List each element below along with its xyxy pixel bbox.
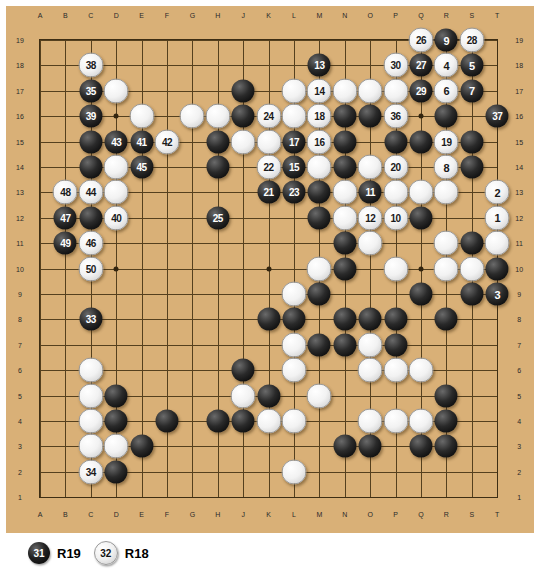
stone-R8 bbox=[435, 308, 458, 331]
stone-number: 15 bbox=[289, 162, 299, 173]
coord-label-top: E bbox=[139, 12, 144, 19]
stone-move-18-M16: 18 bbox=[307, 104, 332, 129]
stone-L8 bbox=[283, 308, 306, 331]
stone-number: 13 bbox=[314, 60, 324, 71]
stone-number: 45 bbox=[137, 162, 147, 173]
coord-label-top: D bbox=[114, 12, 119, 19]
coord-label-bottom: L bbox=[292, 511, 296, 518]
stone-H15 bbox=[206, 130, 229, 153]
stone-J4 bbox=[232, 410, 255, 433]
stone-move-12-O12: 12 bbox=[358, 205, 383, 230]
stone-number: 29 bbox=[416, 85, 426, 96]
stone-O4 bbox=[358, 409, 383, 434]
stone-R16 bbox=[435, 105, 458, 128]
stone-move-27-Q18: 27 bbox=[410, 54, 433, 77]
stone-Q12 bbox=[410, 206, 433, 229]
coord-label-top: G bbox=[190, 12, 195, 19]
stone-move-42-F15: 42 bbox=[155, 129, 180, 154]
stone-move-24-K16: 24 bbox=[256, 104, 281, 129]
stone-O6 bbox=[358, 358, 383, 383]
stone-move-3-T9: 3 bbox=[486, 283, 509, 306]
stone-O7 bbox=[358, 332, 383, 357]
stone-N3 bbox=[333, 435, 356, 458]
coord-label-top: J bbox=[241, 12, 245, 19]
coord-label-right: 18 bbox=[515, 62, 523, 69]
coord-label-left: 13 bbox=[16, 189, 24, 196]
stone-move-28-S19: 28 bbox=[459, 28, 484, 53]
stone-number: 37 bbox=[492, 111, 502, 122]
stone-move-19-R15: 19 bbox=[434, 129, 459, 154]
stone-move-7-S17: 7 bbox=[460, 79, 483, 102]
stone-move-15-L14: 15 bbox=[283, 156, 306, 179]
stone-E3 bbox=[130, 435, 153, 458]
stone-Q13 bbox=[409, 180, 434, 205]
coord-label-left: 11 bbox=[16, 240, 23, 247]
stone-Q15 bbox=[410, 130, 433, 153]
stone-P7 bbox=[384, 333, 407, 356]
stone-number: 6 bbox=[444, 85, 450, 97]
stone-number: 24 bbox=[264, 111, 274, 122]
stone-number: 9 bbox=[444, 34, 450, 46]
coord-label-right: 1 bbox=[517, 494, 521, 501]
stone-D2 bbox=[105, 460, 128, 483]
caption-stone-32-number: 32 bbox=[100, 548, 111, 559]
star-point bbox=[114, 266, 119, 271]
stone-K8 bbox=[257, 308, 280, 331]
caption-text-31: R19 bbox=[57, 546, 81, 561]
coord-label-top: B bbox=[63, 12, 68, 19]
stone-O14 bbox=[358, 155, 383, 180]
coord-label-right: 13 bbox=[515, 189, 523, 196]
coord-label-bottom: B bbox=[63, 511, 68, 518]
stone-move-1-T12: 1 bbox=[485, 205, 510, 230]
coord-label-bottom: T bbox=[495, 511, 499, 518]
stone-C6 bbox=[78, 358, 103, 383]
stone-S9 bbox=[460, 283, 483, 306]
stone-number: 14 bbox=[314, 85, 324, 96]
stone-number: 11 bbox=[365, 187, 375, 198]
coord-label-top: N bbox=[342, 12, 347, 19]
stone-M10 bbox=[307, 256, 332, 281]
coord-label-top: L bbox=[292, 12, 296, 19]
stone-number: 35 bbox=[86, 85, 96, 96]
stone-move-48-B13: 48 bbox=[53, 180, 78, 205]
stone-R11 bbox=[434, 231, 459, 256]
caption-text-32: R18 bbox=[125, 546, 149, 561]
stone-number: 25 bbox=[213, 212, 223, 223]
coord-label-right: 3 bbox=[517, 443, 521, 450]
stone-J6 bbox=[232, 359, 255, 382]
coord-label-left: 12 bbox=[16, 214, 24, 221]
stone-move-36-P16: 36 bbox=[383, 104, 408, 129]
stone-move-20-P14: 20 bbox=[383, 155, 408, 180]
stone-J15 bbox=[231, 129, 256, 154]
stone-move-50-C10: 50 bbox=[78, 256, 103, 281]
coord-label-top: C bbox=[88, 12, 93, 19]
stone-number: 48 bbox=[60, 187, 70, 198]
stone-number: 34 bbox=[86, 466, 96, 477]
stone-D13 bbox=[104, 180, 129, 205]
stone-move-46-C11: 46 bbox=[78, 231, 103, 256]
coord-label-left: 10 bbox=[16, 265, 24, 272]
coord-label-bottom: N bbox=[342, 511, 347, 518]
stone-number: 27 bbox=[416, 60, 426, 71]
coord-label-bottom: A bbox=[38, 511, 43, 518]
stone-L17 bbox=[282, 78, 307, 103]
stone-number: 7 bbox=[469, 85, 475, 97]
stone-number: 20 bbox=[391, 162, 401, 173]
stone-number: 23 bbox=[289, 187, 299, 198]
coord-label-left: 18 bbox=[16, 62, 24, 69]
stone-E16 bbox=[129, 104, 154, 129]
stone-move-37-T16: 37 bbox=[486, 105, 509, 128]
go-board[interactable]: AABBCCDDEEFFGGHHJJKKLLMMNNOOPPQQRRSSTT19… bbox=[6, 6, 534, 533]
coord-label-left: 2 bbox=[18, 468, 22, 475]
coord-label-right: 7 bbox=[517, 341, 521, 348]
coord-label-top: F bbox=[165, 12, 169, 19]
coord-label-left: 8 bbox=[18, 316, 22, 323]
stone-L9 bbox=[282, 282, 307, 307]
stone-N16 bbox=[333, 105, 356, 128]
stone-number: 39 bbox=[86, 111, 96, 122]
stone-number: 49 bbox=[60, 238, 70, 249]
coord-label-bottom: R bbox=[444, 511, 449, 518]
stone-N17 bbox=[332, 78, 357, 103]
stone-move-45-E14: 45 bbox=[130, 156, 153, 179]
stone-C3 bbox=[78, 434, 103, 459]
coord-label-left: 5 bbox=[18, 392, 22, 399]
stone-H4 bbox=[206, 410, 229, 433]
stone-number: 21 bbox=[264, 187, 274, 198]
star-point bbox=[266, 266, 271, 271]
stone-N8 bbox=[333, 308, 356, 331]
coord-label-bottom: E bbox=[139, 511, 144, 518]
stone-move-25-H12: 25 bbox=[206, 206, 229, 229]
stone-C5 bbox=[78, 383, 103, 408]
coord-label-bottom: O bbox=[367, 511, 372, 518]
coord-label-left: 19 bbox=[16, 37, 24, 44]
stone-Q6 bbox=[409, 358, 434, 383]
stone-number: 43 bbox=[111, 136, 121, 147]
stone-R5 bbox=[435, 384, 458, 407]
stone-number: 38 bbox=[86, 60, 96, 71]
stone-M13 bbox=[308, 181, 331, 204]
stone-move-21-K13: 21 bbox=[257, 181, 280, 204]
stone-move-35-C17: 35 bbox=[79, 79, 102, 102]
coord-label-right: 8 bbox=[517, 316, 521, 323]
stone-number: 17 bbox=[289, 136, 299, 147]
stone-move-5-S18: 5 bbox=[460, 54, 483, 77]
coord-label-bottom: Q bbox=[418, 511, 423, 518]
coord-label-top: A bbox=[38, 12, 43, 19]
stone-L16 bbox=[282, 104, 307, 129]
stone-move-26-Q19: 26 bbox=[409, 28, 434, 53]
coord-label-top: M bbox=[316, 12, 322, 19]
stone-L4 bbox=[282, 409, 307, 434]
stone-N15 bbox=[333, 130, 356, 153]
caption-stone-32: 32 bbox=[94, 541, 118, 565]
coord-label-right: 6 bbox=[517, 367, 521, 374]
coord-label-left: 17 bbox=[16, 87, 24, 94]
stone-move-47-B12: 47 bbox=[54, 206, 77, 229]
stone-move-44-C13: 44 bbox=[78, 180, 103, 205]
stone-number: 30 bbox=[391, 60, 401, 71]
stone-move-22-K14: 22 bbox=[256, 155, 281, 180]
stone-number: 1 bbox=[494, 212, 500, 224]
coord-label-bottom: S bbox=[469, 511, 474, 518]
stone-number: 12 bbox=[365, 212, 375, 223]
stone-S15 bbox=[460, 130, 483, 153]
stone-number: 10 bbox=[391, 212, 401, 223]
stone-O17 bbox=[358, 78, 383, 103]
stone-number: 5 bbox=[469, 59, 475, 71]
stone-move-2-T13: 2 bbox=[485, 180, 510, 205]
stone-P15 bbox=[384, 130, 407, 153]
stone-Q4 bbox=[409, 409, 434, 434]
stone-number: 16 bbox=[314, 136, 324, 147]
move-caption: 31 R19 32 R18 bbox=[28, 541, 155, 565]
coord-label-right: 5 bbox=[517, 392, 521, 399]
coord-label-bottom: K bbox=[266, 511, 271, 518]
stone-move-8-R14: 8 bbox=[434, 155, 459, 180]
stone-number: 44 bbox=[86, 187, 96, 198]
stone-move-6-R17: 6 bbox=[434, 78, 459, 103]
coord-label-bottom: M bbox=[316, 511, 322, 518]
stone-move-17-L15: 17 bbox=[283, 130, 306, 153]
stone-L2 bbox=[282, 459, 307, 484]
stone-S14 bbox=[460, 156, 483, 179]
stone-N13 bbox=[332, 180, 357, 205]
stone-move-13-M18: 13 bbox=[308, 54, 331, 77]
caption-stone-31-number: 31 bbox=[33, 548, 44, 559]
stone-L7 bbox=[282, 332, 307, 357]
stone-D3 bbox=[104, 434, 129, 459]
stone-move-30-P18: 30 bbox=[383, 53, 408, 78]
stone-M7 bbox=[308, 333, 331, 356]
stone-D4 bbox=[105, 410, 128, 433]
coord-label-left: 4 bbox=[18, 418, 22, 425]
coord-label-bottom: H bbox=[215, 511, 220, 518]
stone-P8 bbox=[384, 308, 407, 331]
stone-move-4-R18: 4 bbox=[434, 53, 459, 78]
stone-number: 28 bbox=[467, 35, 477, 46]
coord-label-top: Q bbox=[418, 12, 423, 19]
stone-N7 bbox=[333, 333, 356, 356]
stone-number: 47 bbox=[60, 212, 70, 223]
stone-number: 33 bbox=[86, 314, 96, 325]
stone-number: 18 bbox=[314, 111, 324, 122]
star-point bbox=[114, 114, 119, 119]
stone-R10 bbox=[434, 256, 459, 281]
stone-move-29-Q17: 29 bbox=[410, 79, 433, 102]
stone-move-39-C16: 39 bbox=[79, 105, 102, 128]
coord-label-right: 15 bbox=[515, 138, 523, 145]
stone-R4 bbox=[435, 410, 458, 433]
stone-number: 42 bbox=[162, 136, 172, 147]
stone-number: 41 bbox=[137, 136, 147, 147]
coord-label-top: H bbox=[215, 12, 220, 19]
stone-N10 bbox=[333, 257, 356, 280]
coord-label-left: 15 bbox=[16, 138, 24, 145]
stone-move-33-C8: 33 bbox=[79, 308, 102, 331]
stone-number: 2 bbox=[494, 186, 500, 198]
stone-H16 bbox=[205, 104, 230, 129]
stone-M9 bbox=[308, 283, 331, 306]
stone-K4 bbox=[256, 409, 281, 434]
stone-move-40-D12: 40 bbox=[104, 205, 129, 230]
stone-move-38-C18: 38 bbox=[78, 53, 103, 78]
stone-J16 bbox=[232, 105, 255, 128]
coord-label-left: 9 bbox=[18, 291, 22, 298]
coord-label-right: 9 bbox=[517, 291, 521, 298]
stone-move-34-C2: 34 bbox=[78, 459, 103, 484]
stone-L6 bbox=[282, 358, 307, 383]
stone-G16 bbox=[180, 104, 205, 129]
stone-S11 bbox=[460, 232, 483, 255]
stone-D17 bbox=[104, 78, 129, 103]
stone-move-11-O13: 11 bbox=[359, 181, 382, 204]
stone-F4 bbox=[156, 410, 179, 433]
stone-Q3 bbox=[410, 435, 433, 458]
coord-label-right: 12 bbox=[515, 214, 523, 221]
stone-O3 bbox=[359, 435, 382, 458]
stone-T11 bbox=[485, 231, 510, 256]
coord-label-right: 2 bbox=[517, 468, 521, 475]
stone-move-49-B11: 49 bbox=[54, 232, 77, 255]
coord-label-top: T bbox=[495, 12, 499, 19]
coord-label-bottom: F bbox=[165, 511, 169, 518]
stone-K15 bbox=[256, 129, 281, 154]
coord-label-top: P bbox=[393, 12, 398, 19]
stone-T10 bbox=[486, 257, 509, 280]
stone-move-16-M15: 16 bbox=[307, 129, 332, 154]
coord-label-left: 16 bbox=[16, 113, 24, 120]
stone-Q9 bbox=[410, 283, 433, 306]
star-point bbox=[419, 114, 424, 119]
stone-number: 50 bbox=[86, 263, 96, 274]
coord-label-right: 17 bbox=[515, 87, 523, 94]
stone-O16 bbox=[359, 105, 382, 128]
coord-label-left: 7 bbox=[18, 341, 22, 348]
coord-label-right: 14 bbox=[515, 164, 523, 171]
stone-N11 bbox=[333, 232, 356, 255]
kifu-page: { "game": "go", "board": { "size": 19, "… bbox=[0, 0, 540, 577]
caption-stone-31: 31 bbox=[28, 542, 50, 564]
stone-number: 46 bbox=[86, 238, 96, 249]
stone-P13 bbox=[383, 180, 408, 205]
coord-label-top: R bbox=[444, 12, 449, 19]
coord-label-top: O bbox=[367, 12, 372, 19]
stone-number: 3 bbox=[494, 288, 500, 300]
stone-C15 bbox=[79, 130, 102, 153]
stone-R3 bbox=[435, 435, 458, 458]
stone-move-23-L13: 23 bbox=[283, 181, 306, 204]
stone-O8 bbox=[359, 308, 382, 331]
stone-K5 bbox=[257, 384, 280, 407]
coord-label-right: 19 bbox=[515, 37, 523, 44]
stone-P6 bbox=[383, 358, 408, 383]
stone-P10 bbox=[383, 256, 408, 281]
stone-move-43-D15: 43 bbox=[105, 130, 128, 153]
stone-C14 bbox=[79, 156, 102, 179]
stone-R13 bbox=[434, 180, 459, 205]
stone-H14 bbox=[206, 156, 229, 179]
coord-label-right: 16 bbox=[515, 113, 523, 120]
stone-move-10-P12: 10 bbox=[383, 205, 408, 230]
stone-J17 bbox=[232, 79, 255, 102]
stone-number: 8 bbox=[444, 161, 450, 173]
stone-number: 40 bbox=[111, 212, 121, 223]
stone-N12 bbox=[332, 205, 357, 230]
stone-M14 bbox=[307, 155, 332, 180]
stone-D14 bbox=[104, 155, 129, 180]
coord-label-left: 3 bbox=[18, 443, 22, 450]
stone-number: 26 bbox=[416, 35, 426, 46]
stone-move-14-M17: 14 bbox=[307, 78, 332, 103]
coord-label-bottom: J bbox=[241, 511, 245, 518]
stone-number: 19 bbox=[441, 136, 451, 147]
coord-label-left: 1 bbox=[18, 494, 22, 501]
stone-D5 bbox=[105, 384, 128, 407]
stone-P17 bbox=[383, 78, 408, 103]
stone-C12 bbox=[79, 206, 102, 229]
coord-label-right: 11 bbox=[516, 240, 523, 247]
coord-label-bottom: D bbox=[114, 511, 119, 518]
stone-N14 bbox=[333, 156, 356, 179]
coord-label-top: K bbox=[266, 12, 271, 19]
stone-number: 22 bbox=[264, 162, 274, 173]
coord-label-top: S bbox=[469, 12, 474, 19]
stone-S10 bbox=[459, 256, 484, 281]
stone-move-41-E15: 41 bbox=[130, 130, 153, 153]
coord-label-left: 14 bbox=[16, 164, 24, 171]
stone-O11 bbox=[358, 231, 383, 256]
stone-P4 bbox=[383, 409, 408, 434]
coord-label-left: 6 bbox=[18, 367, 22, 374]
stone-M12 bbox=[308, 206, 331, 229]
stone-M5 bbox=[307, 383, 332, 408]
stone-number: 4 bbox=[444, 59, 450, 71]
coord-label-right: 4 bbox=[517, 418, 521, 425]
coord-label-right: 10 bbox=[515, 265, 523, 272]
stone-move-9-R19: 9 bbox=[435, 29, 458, 52]
stone-J5 bbox=[231, 383, 256, 408]
star-point bbox=[419, 266, 424, 271]
coord-label-bottom: C bbox=[88, 511, 93, 518]
coord-label-bottom: P bbox=[393, 511, 398, 518]
coord-label-bottom: G bbox=[190, 511, 195, 518]
stone-number: 36 bbox=[391, 111, 401, 122]
stone-C4 bbox=[78, 409, 103, 434]
